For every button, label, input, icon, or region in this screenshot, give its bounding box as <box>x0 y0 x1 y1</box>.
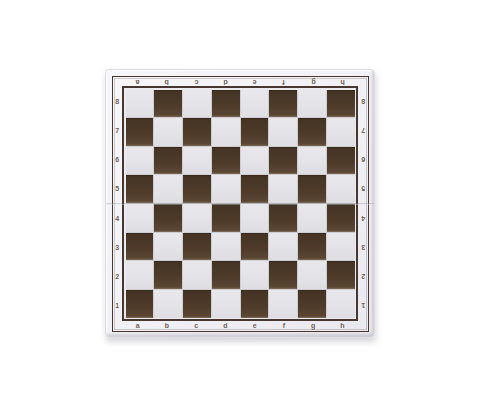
square-c5 <box>183 175 211 203</box>
rank-label-right-8: 8 <box>359 87 368 116</box>
rank-label-right-7: 7 <box>359 116 368 145</box>
square-d7 <box>212 118 240 146</box>
square-g3 <box>298 233 326 261</box>
square-g2 <box>298 261 326 289</box>
square-b7 <box>154 118 182 146</box>
square-b5 <box>154 175 182 203</box>
file-label-bottom-h: h <box>328 321 357 330</box>
square-c1 <box>183 290 211 318</box>
square-g8 <box>298 90 326 118</box>
square-d6 <box>212 147 240 175</box>
square-f3 <box>269 233 297 261</box>
rank-labels-right: 87654321 <box>359 87 368 320</box>
rank-label-left-5: 5 <box>113 174 122 203</box>
board-inner-frame-line <box>122 86 358 321</box>
file-label-bottom-a: a <box>123 321 152 330</box>
square-f8 <box>269 90 297 118</box>
square-e4 <box>241 204 269 232</box>
square-c8 <box>183 90 211 118</box>
square-g4 <box>298 204 326 232</box>
product-photo: abcdefgh abcdefgh 87654321 87654321 <box>0 0 480 406</box>
square-a4 <box>126 204 154 232</box>
square-f6 <box>269 147 297 175</box>
rank-label-right-4: 4 <box>359 204 368 233</box>
rank-label-left-7: 7 <box>113 116 122 145</box>
square-a7 <box>126 118 154 146</box>
board-grid <box>126 90 355 318</box>
square-h7 <box>327 118 355 146</box>
square-a2 <box>126 261 154 289</box>
square-b1 <box>154 290 182 318</box>
rank-label-left-3: 3 <box>113 233 122 262</box>
square-a3 <box>126 233 154 261</box>
square-b8 <box>154 90 182 118</box>
square-f4 <box>269 204 297 232</box>
square-b4 <box>154 204 182 232</box>
square-e8 <box>241 90 269 118</box>
rank-label-left-2: 2 <box>113 262 122 291</box>
square-f1 <box>269 290 297 318</box>
square-e5 <box>241 175 269 203</box>
square-c2 <box>183 261 211 289</box>
square-h8 <box>327 90 355 118</box>
square-c6 <box>183 147 211 175</box>
rank-label-left-6: 6 <box>113 145 122 174</box>
rank-label-left-8: 8 <box>113 87 122 116</box>
square-f7 <box>269 118 297 146</box>
file-labels-bottom: abcdefgh <box>123 321 357 330</box>
square-d4 <box>212 204 240 232</box>
rank-label-right-5: 5 <box>359 174 368 203</box>
rank-label-left-1: 1 <box>113 291 122 320</box>
square-d3 <box>212 233 240 261</box>
square-c4 <box>183 204 211 232</box>
square-h2 <box>327 261 355 289</box>
square-a6 <box>126 147 154 175</box>
square-g5 <box>298 175 326 203</box>
square-a8 <box>126 90 154 118</box>
square-h5 <box>327 175 355 203</box>
square-d2 <box>212 261 240 289</box>
square-h1 <box>327 290 355 318</box>
square-d8 <box>212 90 240 118</box>
square-b3 <box>154 233 182 261</box>
square-h3 <box>327 233 355 261</box>
square-d5 <box>212 175 240 203</box>
file-label-bottom-e: e <box>240 321 269 330</box>
square-g6 <box>298 147 326 175</box>
square-c7 <box>183 118 211 146</box>
square-f2 <box>269 261 297 289</box>
chessboard: abcdefgh abcdefgh 87654321 87654321 <box>105 69 375 338</box>
square-e1 <box>241 290 269 318</box>
file-label-bottom-c: c <box>182 321 211 330</box>
square-g7 <box>298 118 326 146</box>
file-label-bottom-g: g <box>299 321 328 330</box>
rank-label-left-4: 4 <box>113 204 122 233</box>
file-labels-top: abcdefgh <box>123 78 357 87</box>
square-e2 <box>241 261 269 289</box>
square-b2 <box>154 261 182 289</box>
rank-label-right-1: 1 <box>359 291 368 320</box>
rank-labels-left: 87654321 <box>113 87 122 320</box>
square-e7 <box>241 118 269 146</box>
square-e3 <box>241 233 269 261</box>
rank-label-right-2: 2 <box>359 262 368 291</box>
square-f5 <box>269 175 297 203</box>
square-d1 <box>212 290 240 318</box>
square-a1 <box>126 290 154 318</box>
square-a5 <box>126 175 154 203</box>
square-h6 <box>327 147 355 175</box>
rank-label-right-3: 3 <box>359 233 368 262</box>
rank-label-right-6: 6 <box>359 145 368 174</box>
square-e6 <box>241 147 269 175</box>
square-h4 <box>327 204 355 232</box>
square-g1 <box>298 290 326 318</box>
file-label-bottom-f: f <box>269 321 298 330</box>
file-label-bottom-b: b <box>152 321 181 330</box>
square-c3 <box>183 233 211 261</box>
file-label-bottom-d: d <box>211 321 240 330</box>
square-b6 <box>154 147 182 175</box>
